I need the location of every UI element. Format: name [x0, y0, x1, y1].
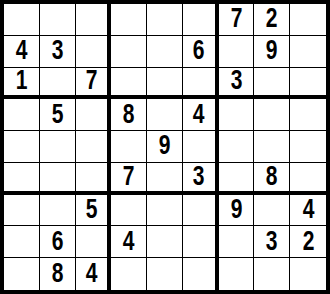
- given-digit: 3: [266, 228, 278, 256]
- cell-r8c3[interactable]: [76, 226, 112, 258]
- cell-r1c3[interactable]: [76, 4, 112, 36]
- cell-r9c6[interactable]: [183, 258, 219, 290]
- cell-r7c5[interactable]: [147, 195, 183, 227]
- cell-r3c6[interactable]: [183, 68, 219, 100]
- cell-r8c9: 2: [290, 226, 326, 258]
- cell-r9c3: 4: [76, 258, 112, 290]
- cell-r3c5[interactable]: [147, 68, 183, 100]
- given-digit: 6: [193, 37, 205, 65]
- given-digit: 7: [123, 163, 135, 191]
- cell-r1c4[interactable]: [111, 4, 147, 36]
- given-digit: 3: [230, 68, 242, 96]
- cell-r2c5[interactable]: [147, 36, 183, 68]
- cell-r2c2: 3: [40, 36, 76, 68]
- cell-r5c9[interactable]: [290, 131, 326, 163]
- given-digit: 4: [302, 196, 314, 224]
- cell-r7c4[interactable]: [111, 195, 147, 227]
- cell-r2c3[interactable]: [76, 36, 112, 68]
- cell-r5c1[interactable]: [4, 131, 40, 163]
- given-digit: 2: [266, 5, 278, 33]
- given-digit: 4: [16, 37, 28, 65]
- cell-r5c6[interactable]: [183, 131, 219, 163]
- given-digit: 7: [86, 68, 98, 96]
- given-digit: 2: [302, 228, 314, 256]
- sudoku-puzzle: 7243691735849738594643284: [0, 0, 330, 294]
- cell-r9c5[interactable]: [147, 258, 183, 290]
- given-digit: 1: [16, 68, 28, 96]
- cell-r4c6: 4: [183, 99, 219, 131]
- cell-r7c2[interactable]: [40, 195, 76, 227]
- cell-r6c7[interactable]: [219, 163, 255, 195]
- given-digit: 8: [266, 163, 278, 191]
- cell-r5c8[interactable]: [254, 131, 290, 163]
- cell-r3c3: 7: [76, 68, 112, 100]
- cell-r6c3[interactable]: [76, 163, 112, 195]
- cell-r7c8[interactable]: [254, 195, 290, 227]
- cell-r3c8[interactable]: [254, 68, 290, 100]
- given-digit: 3: [51, 37, 63, 65]
- cell-r9c9[interactable]: [290, 258, 326, 290]
- cell-r1c2[interactable]: [40, 4, 76, 36]
- cell-r4c7[interactable]: [219, 99, 255, 131]
- given-digit: 8: [51, 260, 63, 288]
- cell-r4c3[interactable]: [76, 99, 112, 131]
- cell-r8c4: 4: [111, 226, 147, 258]
- cell-r5c5: 9: [147, 131, 183, 163]
- cell-r4c4: 8: [111, 99, 147, 131]
- cell-r8c7[interactable]: [219, 226, 255, 258]
- cell-r8c2: 6: [40, 226, 76, 258]
- cell-r9c1[interactable]: [4, 258, 40, 290]
- cell-r6c2[interactable]: [40, 163, 76, 195]
- cell-r8c8: 3: [254, 226, 290, 258]
- cell-r4c5[interactable]: [147, 99, 183, 131]
- cell-r5c7[interactable]: [219, 131, 255, 163]
- cell-r4c9[interactable]: [290, 99, 326, 131]
- cell-r7c1[interactable]: [4, 195, 40, 227]
- cell-r4c8[interactable]: [254, 99, 290, 131]
- cell-r7c9: 4: [290, 195, 326, 227]
- cell-r7c7: 9: [219, 195, 255, 227]
- given-digit: 7: [230, 5, 242, 33]
- given-digit: 8: [123, 101, 135, 129]
- given-digit: 4: [193, 101, 205, 129]
- cell-r9c8[interactable]: [254, 258, 290, 290]
- cell-r1c1[interactable]: [4, 4, 40, 36]
- cell-r3c7: 3: [219, 68, 255, 100]
- cell-r5c2[interactable]: [40, 131, 76, 163]
- cell-r1c6[interactable]: [183, 4, 219, 36]
- cell-r2c9[interactable]: [290, 36, 326, 68]
- cell-r8c5[interactable]: [147, 226, 183, 258]
- cell-r9c4[interactable]: [111, 258, 147, 290]
- given-digit: 5: [51, 101, 63, 129]
- given-digit: 4: [86, 260, 98, 288]
- cell-r4c1[interactable]: [4, 99, 40, 131]
- given-digit: 9: [266, 37, 278, 65]
- cell-r1c5[interactable]: [147, 4, 183, 36]
- cell-r9c2: 8: [40, 258, 76, 290]
- cell-r6c6: 3: [183, 163, 219, 195]
- cell-r5c4[interactable]: [111, 131, 147, 163]
- cell-r2c8: 9: [254, 36, 290, 68]
- cell-r4c2: 5: [40, 99, 76, 131]
- cell-r2c6: 6: [183, 36, 219, 68]
- cell-r3c2[interactable]: [40, 68, 76, 100]
- cell-r3c9[interactable]: [290, 68, 326, 100]
- given-digit: 5: [86, 196, 98, 224]
- given-digit: 3: [193, 163, 205, 191]
- cell-r5c3[interactable]: [76, 131, 112, 163]
- cell-r1c9[interactable]: [290, 4, 326, 36]
- cell-r9c7[interactable]: [219, 258, 255, 290]
- cell-r2c7[interactable]: [219, 36, 255, 68]
- cell-r2c4[interactable]: [111, 36, 147, 68]
- cell-r3c4[interactable]: [111, 68, 147, 100]
- cell-r6c1[interactable]: [4, 163, 40, 195]
- cell-r6c4: 7: [111, 163, 147, 195]
- cell-r7c6[interactable]: [183, 195, 219, 227]
- cell-r6c8: 8: [254, 163, 290, 195]
- cell-r8c1[interactable]: [4, 226, 40, 258]
- given-digit: 9: [230, 196, 242, 224]
- cell-r2c1: 4: [4, 36, 40, 68]
- cell-r1c8: 2: [254, 4, 290, 36]
- given-digit: 6: [51, 228, 63, 256]
- given-digit: 4: [123, 228, 135, 256]
- cell-r1c7: 7: [219, 4, 255, 36]
- cell-r6c5[interactable]: [147, 163, 183, 195]
- given-digit: 9: [159, 132, 171, 160]
- cell-r6c9[interactable]: [290, 163, 326, 195]
- cell-r3c1: 1: [4, 68, 40, 100]
- sudoku-board: 7243691735849738594643284: [0, 0, 330, 294]
- cell-r8c6[interactable]: [183, 226, 219, 258]
- cell-r7c3: 5: [76, 195, 112, 227]
